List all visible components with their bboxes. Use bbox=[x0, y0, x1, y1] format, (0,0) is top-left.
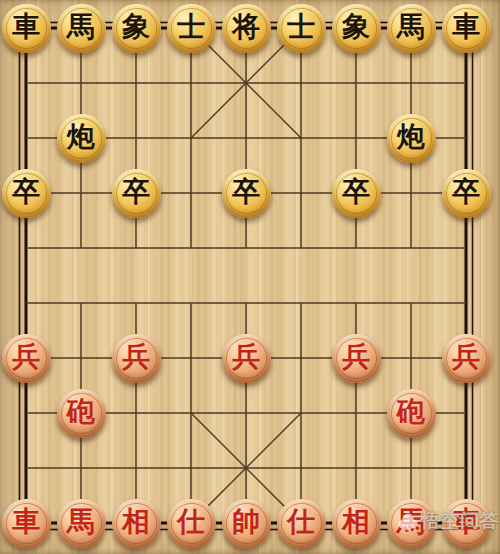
piece-glyph: 車 bbox=[12, 13, 40, 41]
red-cannon[interactable]: 砲 bbox=[57, 389, 106, 438]
xiangqi-board: 車馬象士将士象馬車炮炮卒卒卒卒卒兵兵兵兵兵砲砲車馬相仕帥仕相馬車 悟空问答 bbox=[0, 0, 500, 554]
piece-glyph: 兵 bbox=[122, 343, 150, 371]
black-soldier[interactable]: 卒 bbox=[442, 169, 491, 218]
board-cell-a7: 卒 bbox=[0, 166, 54, 221]
piece-glyph: 卒 bbox=[122, 178, 150, 206]
red-horse[interactable]: 馬 bbox=[387, 499, 436, 548]
board-cell-g10: 象 bbox=[329, 1, 384, 56]
board-cell-b3: 砲 bbox=[54, 386, 109, 441]
board-cell-g7: 卒 bbox=[329, 166, 384, 221]
black-horse[interactable]: 馬 bbox=[57, 4, 106, 53]
piece-glyph: 炮 bbox=[397, 123, 425, 151]
piece-glyph: 車 bbox=[12, 508, 40, 536]
board-cell-b8: 炮 bbox=[54, 111, 109, 166]
piece-glyph: 士 bbox=[177, 13, 205, 41]
piece-glyph: 炮 bbox=[67, 123, 95, 151]
piece-glyph: 車 bbox=[452, 508, 480, 536]
board-cell-c1: 相 bbox=[109, 496, 164, 551]
board-cell-i7: 卒 bbox=[439, 166, 494, 221]
red-elephant[interactable]: 相 bbox=[332, 499, 381, 548]
black-chariot[interactable]: 車 bbox=[442, 4, 491, 53]
piece-glyph: 馬 bbox=[397, 13, 425, 41]
board-cell-i10: 車 bbox=[439, 1, 494, 56]
red-soldier[interactable]: 兵 bbox=[222, 334, 271, 383]
board-cell-h3: 砲 bbox=[384, 386, 439, 441]
piece-glyph: 将 bbox=[232, 13, 260, 41]
board-cell-h8: 炮 bbox=[384, 111, 439, 166]
black-cannon[interactable]: 炮 bbox=[57, 114, 106, 163]
piece-glyph: 馬 bbox=[67, 508, 95, 536]
piece-glyph: 馬 bbox=[67, 13, 95, 41]
board-cell-e7: 卒 bbox=[219, 166, 274, 221]
red-advisor[interactable]: 仕 bbox=[277, 499, 326, 548]
board-cell-f1: 仕 bbox=[274, 496, 329, 551]
board-cell-b1: 馬 bbox=[54, 496, 109, 551]
red-soldier[interactable]: 兵 bbox=[112, 334, 161, 383]
red-advisor[interactable]: 仕 bbox=[167, 499, 216, 548]
piece-glyph: 車 bbox=[452, 13, 480, 41]
board-cell-e10: 将 bbox=[219, 1, 274, 56]
piece-glyph: 帥 bbox=[232, 508, 260, 536]
red-soldier[interactable]: 兵 bbox=[332, 334, 381, 383]
black-soldier[interactable]: 卒 bbox=[332, 169, 381, 218]
board-cell-d1: 仕 bbox=[164, 496, 219, 551]
black-elephant[interactable]: 象 bbox=[332, 4, 381, 53]
red-soldier[interactable]: 兵 bbox=[442, 334, 491, 383]
black-horse[interactable]: 馬 bbox=[387, 4, 436, 53]
board-cell-h10: 馬 bbox=[384, 1, 439, 56]
black-general[interactable]: 将 bbox=[222, 4, 271, 53]
board-cell-d10: 士 bbox=[164, 1, 219, 56]
board-cell-a4: 兵 bbox=[0, 331, 54, 386]
piece-glyph: 兵 bbox=[232, 343, 260, 371]
red-elephant[interactable]: 相 bbox=[112, 499, 161, 548]
piece-glyph: 兵 bbox=[452, 343, 480, 371]
board-cell-c7: 卒 bbox=[109, 166, 164, 221]
piece-glyph: 象 bbox=[122, 13, 150, 41]
piece-glyph: 象 bbox=[342, 13, 370, 41]
red-horse[interactable]: 馬 bbox=[57, 499, 106, 548]
board-cell-a1: 車 bbox=[0, 496, 54, 551]
board-cell-c4: 兵 bbox=[109, 331, 164, 386]
red-chariot[interactable]: 車 bbox=[2, 499, 51, 548]
piece-glyph: 仕 bbox=[177, 508, 205, 536]
board-cell-h1: 馬 bbox=[384, 496, 439, 551]
board-cell-g1: 相 bbox=[329, 496, 384, 551]
board-grid: 車馬象士将士象馬車炮炮卒卒卒卒卒兵兵兵兵兵砲砲車馬相仕帥仕相馬車 bbox=[0, 1, 494, 551]
black-elephant[interactable]: 象 bbox=[112, 4, 161, 53]
board-cell-b10: 馬 bbox=[54, 1, 109, 56]
black-cannon[interactable]: 炮 bbox=[387, 114, 436, 163]
piece-glyph: 砲 bbox=[397, 398, 425, 426]
black-chariot[interactable]: 車 bbox=[2, 4, 51, 53]
board-cell-i4: 兵 bbox=[439, 331, 494, 386]
piece-glyph: 砲 bbox=[67, 398, 95, 426]
piece-glyph: 仕 bbox=[287, 508, 315, 536]
piece-glyph: 卒 bbox=[452, 178, 480, 206]
board-cell-e1: 帥 bbox=[219, 496, 274, 551]
piece-glyph: 卒 bbox=[12, 178, 40, 206]
board-cell-g4: 兵 bbox=[329, 331, 384, 386]
black-soldier[interactable]: 卒 bbox=[2, 169, 51, 218]
black-soldier[interactable]: 卒 bbox=[222, 169, 271, 218]
piece-glyph: 相 bbox=[122, 508, 150, 536]
piece-glyph: 相 bbox=[342, 508, 370, 536]
red-chariot[interactable]: 車 bbox=[442, 499, 491, 548]
piece-glyph: 馬 bbox=[397, 508, 425, 536]
board-cell-c10: 象 bbox=[109, 1, 164, 56]
piece-glyph: 卒 bbox=[232, 178, 260, 206]
piece-glyph: 兵 bbox=[12, 343, 40, 371]
piece-glyph: 士 bbox=[287, 13, 315, 41]
board-cell-f10: 士 bbox=[274, 1, 329, 56]
board-cell-a10: 車 bbox=[0, 1, 54, 56]
red-general[interactable]: 帥 bbox=[222, 499, 271, 548]
red-soldier[interactable]: 兵 bbox=[2, 334, 51, 383]
black-soldier[interactable]: 卒 bbox=[112, 169, 161, 218]
black-advisor[interactable]: 士 bbox=[167, 4, 216, 53]
board-cell-i1: 車 bbox=[439, 496, 494, 551]
piece-glyph: 卒 bbox=[342, 178, 370, 206]
red-cannon[interactable]: 砲 bbox=[387, 389, 436, 438]
black-advisor[interactable]: 士 bbox=[277, 4, 326, 53]
piece-glyph: 兵 bbox=[342, 343, 370, 371]
board-cell-e4: 兵 bbox=[219, 331, 274, 386]
